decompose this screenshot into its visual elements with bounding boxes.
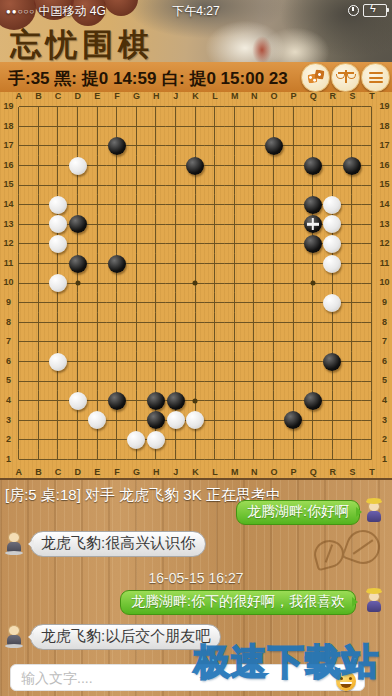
board-cell-P8[interactable] bbox=[283, 313, 303, 333]
board-cell-R6[interactable] bbox=[323, 352, 343, 372]
board-cell-D8[interactable] bbox=[68, 313, 88, 333]
board-cell-A8[interactable] bbox=[9, 313, 29, 333]
board-cell-R3[interactable] bbox=[323, 411, 343, 431]
board-cell-O1[interactable] bbox=[264, 450, 284, 470]
board-cell-L6[interactable] bbox=[205, 352, 225, 372]
board-cell-N11[interactable] bbox=[244, 254, 264, 274]
board-cell-H15[interactable] bbox=[146, 175, 166, 195]
board-cell-G11[interactable] bbox=[127, 254, 147, 274]
board-cell-D13[interactable] bbox=[68, 215, 88, 235]
board-cell-F16[interactable] bbox=[107, 156, 127, 176]
board-cell-L3[interactable] bbox=[205, 411, 225, 431]
board-cell-F6[interactable] bbox=[107, 352, 127, 372]
board-cell-D6[interactable] bbox=[68, 352, 88, 372]
board-cell-S1[interactable] bbox=[342, 450, 362, 470]
board-cell-P9[interactable] bbox=[283, 293, 303, 313]
board-cell-C7[interactable] bbox=[48, 332, 68, 352]
board-cell-G18[interactable] bbox=[127, 117, 147, 137]
board-cell-G4[interactable] bbox=[127, 391, 147, 411]
board-cell-C9[interactable] bbox=[48, 293, 68, 313]
board-cell-L13[interactable] bbox=[205, 215, 225, 235]
board-cell-C5[interactable] bbox=[48, 371, 68, 391]
board-cell-T11[interactable] bbox=[362, 254, 382, 274]
board-cell-S2[interactable] bbox=[342, 430, 362, 450]
board-cell-E1[interactable] bbox=[87, 450, 107, 470]
board-cell-O5[interactable] bbox=[264, 371, 284, 391]
board-cell-S11[interactable] bbox=[342, 254, 362, 274]
board-cell-O14[interactable] bbox=[264, 195, 284, 215]
board-cell-C19[interactable] bbox=[48, 97, 68, 117]
board-cell-B17[interactable] bbox=[29, 136, 49, 156]
board-cell-N16[interactable] bbox=[244, 156, 264, 176]
board-cell-P13[interactable] bbox=[283, 215, 303, 235]
board-cell-L1[interactable] bbox=[205, 450, 225, 470]
board-cell-K4[interactable] bbox=[185, 391, 205, 411]
board-cell-P19[interactable] bbox=[283, 97, 303, 117]
board-cell-J9[interactable] bbox=[166, 293, 186, 313]
board-cell-C12[interactable] bbox=[48, 234, 68, 254]
board-cell-Q2[interactable] bbox=[303, 430, 323, 450]
board-cell-H11[interactable] bbox=[146, 254, 166, 274]
board-cell-C1[interactable] bbox=[48, 450, 68, 470]
board-cell-B2[interactable] bbox=[29, 430, 49, 450]
board-cell-S10[interactable] bbox=[342, 273, 362, 293]
board-cell-L2[interactable] bbox=[205, 430, 225, 450]
board-cell-P12[interactable] bbox=[283, 234, 303, 254]
board-cell-E10[interactable] bbox=[87, 273, 107, 293]
board-cell-D2[interactable] bbox=[68, 430, 88, 450]
board-cell-B8[interactable] bbox=[29, 313, 49, 333]
board-cell-B19[interactable] bbox=[29, 97, 49, 117]
board-cell-A7[interactable] bbox=[9, 332, 29, 352]
board-cell-T19[interactable] bbox=[362, 97, 382, 117]
board-cell-M12[interactable] bbox=[225, 234, 245, 254]
board-cell-K17[interactable] bbox=[185, 136, 205, 156]
board-cell-B4[interactable] bbox=[29, 391, 49, 411]
board-cell-D5[interactable] bbox=[68, 371, 88, 391]
board-cell-T15[interactable] bbox=[362, 175, 382, 195]
board-cell-D10[interactable] bbox=[68, 273, 88, 293]
board-cell-D15[interactable] bbox=[68, 175, 88, 195]
board-cell-E11[interactable] bbox=[87, 254, 107, 274]
board-cell-T7[interactable] bbox=[362, 332, 382, 352]
board-cell-H4[interactable] bbox=[146, 391, 166, 411]
board-cell-R19[interactable] bbox=[323, 97, 343, 117]
board-cell-F9[interactable] bbox=[107, 293, 127, 313]
board-cell-G15[interactable] bbox=[127, 175, 147, 195]
board-cell-B13[interactable] bbox=[29, 215, 49, 235]
board-cell-E4[interactable] bbox=[87, 391, 107, 411]
board-cell-D12[interactable] bbox=[68, 234, 88, 254]
board-cell-H1[interactable] bbox=[146, 450, 166, 470]
board-cell-G7[interactable] bbox=[127, 332, 147, 352]
board-cell-C6[interactable] bbox=[48, 352, 68, 372]
board-cell-E13[interactable] bbox=[87, 215, 107, 235]
board-cell-A3[interactable] bbox=[9, 411, 29, 431]
board-cell-G5[interactable] bbox=[127, 371, 147, 391]
board-cell-H16[interactable] bbox=[146, 156, 166, 176]
board-cell-A18[interactable] bbox=[9, 117, 29, 137]
board-cell-L14[interactable] bbox=[205, 195, 225, 215]
board-cell-B7[interactable] bbox=[29, 332, 49, 352]
board-cell-D4[interactable] bbox=[68, 391, 88, 411]
board-cell-H19[interactable] bbox=[146, 97, 166, 117]
board-cell-N10[interactable] bbox=[244, 273, 264, 293]
board-cell-O15[interactable] bbox=[264, 175, 284, 195]
board-cell-P5[interactable] bbox=[283, 371, 303, 391]
board-cell-E14[interactable] bbox=[87, 195, 107, 215]
board-cell-O8[interactable] bbox=[264, 313, 284, 333]
board-cell-H18[interactable] bbox=[146, 117, 166, 137]
board-cell-A10[interactable] bbox=[9, 273, 29, 293]
board-cell-Q13[interactable] bbox=[303, 215, 323, 235]
board-cell-S8[interactable] bbox=[342, 313, 362, 333]
board-cell-P17[interactable] bbox=[283, 136, 303, 156]
board-cell-R16[interactable] bbox=[323, 156, 343, 176]
board-cell-D17[interactable] bbox=[68, 136, 88, 156]
board-cell-B3[interactable] bbox=[29, 411, 49, 431]
board-cell-J13[interactable] bbox=[166, 215, 186, 235]
board-cell-K9[interactable] bbox=[185, 293, 205, 313]
board-cell-R18[interactable] bbox=[323, 117, 343, 137]
board-cell-F12[interactable] bbox=[107, 234, 127, 254]
board-cell-B16[interactable] bbox=[29, 156, 49, 176]
board-cell-J11[interactable] bbox=[166, 254, 186, 274]
board-cell-R12[interactable] bbox=[323, 234, 343, 254]
board-cell-T14[interactable] bbox=[362, 195, 382, 215]
board-cell-Q4[interactable] bbox=[303, 391, 323, 411]
board-cell-L9[interactable] bbox=[205, 293, 225, 313]
board-cell-N5[interactable] bbox=[244, 371, 264, 391]
board-cell-D18[interactable] bbox=[68, 117, 88, 137]
board-cell-G19[interactable] bbox=[127, 97, 147, 117]
board-cell-K6[interactable] bbox=[185, 352, 205, 372]
board-cell-D9[interactable] bbox=[68, 293, 88, 313]
board-cell-D14[interactable] bbox=[68, 195, 88, 215]
board-cell-N8[interactable] bbox=[244, 313, 264, 333]
board-cell-H9[interactable] bbox=[146, 293, 166, 313]
board-cell-A14[interactable] bbox=[9, 195, 29, 215]
board-cell-Q3[interactable] bbox=[303, 411, 323, 431]
board-cell-N18[interactable] bbox=[244, 117, 264, 137]
player-avatar[interactable] bbox=[3, 622, 25, 648]
board-cell-P3[interactable] bbox=[283, 411, 303, 431]
board-cell-S3[interactable] bbox=[342, 411, 362, 431]
board-cell-P10[interactable] bbox=[283, 273, 303, 293]
board-cell-S5[interactable] bbox=[342, 371, 362, 391]
board-cell-E8[interactable] bbox=[87, 313, 107, 333]
board-cell-P2[interactable] bbox=[283, 430, 303, 450]
board-cell-Q1[interactable] bbox=[303, 450, 323, 470]
board-cell-K7[interactable] bbox=[185, 332, 205, 352]
board-cell-F18[interactable] bbox=[107, 117, 127, 137]
board-cell-J14[interactable] bbox=[166, 195, 186, 215]
board-cell-F1[interactable] bbox=[107, 450, 127, 470]
board-cell-J19[interactable] bbox=[166, 97, 186, 117]
board-cell-R11[interactable] bbox=[323, 254, 343, 274]
board-cell-T5[interactable] bbox=[362, 371, 382, 391]
board-cell-K19[interactable] bbox=[185, 97, 205, 117]
board-cell-J15[interactable] bbox=[166, 175, 186, 195]
board-cell-K8[interactable] bbox=[185, 313, 205, 333]
board-cell-J10[interactable] bbox=[166, 273, 186, 293]
board-cell-C4[interactable] bbox=[48, 391, 68, 411]
board-cell-T10[interactable] bbox=[362, 273, 382, 293]
player-avatar[interactable] bbox=[3, 529, 25, 555]
board-cell-J12[interactable] bbox=[166, 234, 186, 254]
board-cell-J7[interactable] bbox=[166, 332, 186, 352]
board-cell-D1[interactable] bbox=[68, 450, 88, 470]
opponent-avatar[interactable] bbox=[363, 588, 385, 614]
board-cell-T3[interactable] bbox=[362, 411, 382, 431]
board-cell-P4[interactable] bbox=[283, 391, 303, 411]
board-cell-D3[interactable] bbox=[68, 411, 88, 431]
board-cell-H10[interactable] bbox=[146, 273, 166, 293]
board-cell-N3[interactable] bbox=[244, 411, 264, 431]
board-cell-K15[interactable] bbox=[185, 175, 205, 195]
menu-button[interactable] bbox=[361, 63, 390, 92]
board-cell-L5[interactable] bbox=[205, 371, 225, 391]
board-cell-R13[interactable] bbox=[323, 215, 343, 235]
board-cell-B6[interactable] bbox=[29, 352, 49, 372]
board-cell-N6[interactable] bbox=[244, 352, 264, 372]
board-cell-F3[interactable] bbox=[107, 411, 127, 431]
board-cell-C3[interactable] bbox=[48, 411, 68, 431]
board-cell-F14[interactable] bbox=[107, 195, 127, 215]
board-cell-D19[interactable] bbox=[68, 97, 88, 117]
board-cell-E9[interactable] bbox=[87, 293, 107, 313]
board-cell-M13[interactable] bbox=[225, 215, 245, 235]
board-cell-B1[interactable] bbox=[29, 450, 49, 470]
board-cell-K14[interactable] bbox=[185, 195, 205, 215]
board-cell-O4[interactable] bbox=[264, 391, 284, 411]
board-cell-H3[interactable] bbox=[146, 411, 166, 431]
board-cell-E18[interactable] bbox=[87, 117, 107, 137]
board-cell-Q15[interactable] bbox=[303, 175, 323, 195]
board-cell-A16[interactable] bbox=[9, 156, 29, 176]
board-cell-T4[interactable] bbox=[362, 391, 382, 411]
board-cell-F8[interactable] bbox=[107, 313, 127, 333]
board-cell-D7[interactable] bbox=[68, 332, 88, 352]
board-cell-K13[interactable] bbox=[185, 215, 205, 235]
board-cell-B9[interactable] bbox=[29, 293, 49, 313]
board-cell-S13[interactable] bbox=[342, 215, 362, 235]
board-cell-O3[interactable] bbox=[264, 411, 284, 431]
board-cell-Q18[interactable] bbox=[303, 117, 323, 137]
board-cell-M18[interactable] bbox=[225, 117, 245, 137]
board-cell-Q7[interactable] bbox=[303, 332, 323, 352]
board-cell-H2[interactable] bbox=[146, 430, 166, 450]
score-estimate-button[interactable] bbox=[331, 63, 360, 92]
board-cell-O19[interactable] bbox=[264, 97, 284, 117]
board-cell-T9[interactable] bbox=[362, 293, 382, 313]
board-cell-Q11[interactable] bbox=[303, 254, 323, 274]
board-cell-S4[interactable] bbox=[342, 391, 362, 411]
board-cell-C11[interactable] bbox=[48, 254, 68, 274]
board-cell-R2[interactable] bbox=[323, 430, 343, 450]
board-cell-E5[interactable] bbox=[87, 371, 107, 391]
board-cell-T13[interactable] bbox=[362, 215, 382, 235]
board-cell-K11[interactable] bbox=[185, 254, 205, 274]
board-cell-C16[interactable] bbox=[48, 156, 68, 176]
board-cell-Q10[interactable] bbox=[303, 273, 323, 293]
board-cell-O7[interactable] bbox=[264, 332, 284, 352]
board-cell-G10[interactable] bbox=[127, 273, 147, 293]
board-cell-A17[interactable] bbox=[9, 136, 29, 156]
board-cell-A6[interactable] bbox=[9, 352, 29, 372]
board-cell-O6[interactable] bbox=[264, 352, 284, 372]
board-cell-L19[interactable] bbox=[205, 97, 225, 117]
board-cell-R9[interactable] bbox=[323, 293, 343, 313]
board-cell-N13[interactable] bbox=[244, 215, 264, 235]
board-cell-Q17[interactable] bbox=[303, 136, 323, 156]
board-cell-M8[interactable] bbox=[225, 313, 245, 333]
board-cell-T16[interactable] bbox=[362, 156, 382, 176]
board-cell-S6[interactable] bbox=[342, 352, 362, 372]
board-cell-R5[interactable] bbox=[323, 371, 343, 391]
board-cell-R15[interactable] bbox=[323, 175, 343, 195]
board-cell-M9[interactable] bbox=[225, 293, 245, 313]
board-cell-B14[interactable] bbox=[29, 195, 49, 215]
board-cell-R4[interactable] bbox=[323, 391, 343, 411]
board-cell-G17[interactable] bbox=[127, 136, 147, 156]
board-cell-M1[interactable] bbox=[225, 450, 245, 470]
board-cell-F7[interactable] bbox=[107, 332, 127, 352]
board-cell-O16[interactable] bbox=[264, 156, 284, 176]
board-cell-C13[interactable] bbox=[48, 215, 68, 235]
board-cell-O12[interactable] bbox=[264, 234, 284, 254]
board-cell-A4[interactable] bbox=[9, 391, 29, 411]
board-cell-T6[interactable] bbox=[362, 352, 382, 372]
board-cell-O2[interactable] bbox=[264, 430, 284, 450]
board-cell-S9[interactable] bbox=[342, 293, 362, 313]
board-cell-T2[interactable] bbox=[362, 430, 382, 450]
board-cell-P16[interactable] bbox=[283, 156, 303, 176]
board-cell-B12[interactable] bbox=[29, 234, 49, 254]
board-cell-E2[interactable] bbox=[87, 430, 107, 450]
board-cell-G16[interactable] bbox=[127, 156, 147, 176]
board-cell-L17[interactable] bbox=[205, 136, 225, 156]
board-cell-E6[interactable] bbox=[87, 352, 107, 372]
board-cell-H17[interactable] bbox=[146, 136, 166, 156]
board-cell-F2[interactable] bbox=[107, 430, 127, 450]
board-cell-T18[interactable] bbox=[362, 117, 382, 137]
board-cell-P11[interactable] bbox=[283, 254, 303, 274]
board-cell-J1[interactable] bbox=[166, 450, 186, 470]
board-cell-G8[interactable] bbox=[127, 313, 147, 333]
board-cell-C8[interactable] bbox=[48, 313, 68, 333]
board-cell-Q5[interactable] bbox=[303, 371, 323, 391]
board-cell-F17[interactable] bbox=[107, 136, 127, 156]
board-cell-O18[interactable] bbox=[264, 117, 284, 137]
opponent-avatar[interactable] bbox=[363, 498, 385, 524]
board-cell-Q8[interactable] bbox=[303, 313, 323, 333]
board-cell-K12[interactable] bbox=[185, 234, 205, 254]
board-cell-O9[interactable] bbox=[264, 293, 284, 313]
board-cell-C14[interactable] bbox=[48, 195, 68, 215]
board-cell-F10[interactable] bbox=[107, 273, 127, 293]
board-cell-B10[interactable] bbox=[29, 273, 49, 293]
board-cell-O11[interactable] bbox=[264, 254, 284, 274]
board-cell-H14[interactable] bbox=[146, 195, 166, 215]
board-cell-S7[interactable] bbox=[342, 332, 362, 352]
board-cell-M6[interactable] bbox=[225, 352, 245, 372]
board-cell-J16[interactable] bbox=[166, 156, 186, 176]
board-cell-J5[interactable] bbox=[166, 371, 186, 391]
board-cell-R14[interactable] bbox=[323, 195, 343, 215]
board-cell-Q9[interactable] bbox=[303, 293, 323, 313]
board-cell-B18[interactable] bbox=[29, 117, 49, 137]
board-cell-B15[interactable] bbox=[29, 175, 49, 195]
board-cell-K2[interactable] bbox=[185, 430, 205, 450]
board-cell-F15[interactable] bbox=[107, 175, 127, 195]
board-cell-J17[interactable] bbox=[166, 136, 186, 156]
board-cell-C15[interactable] bbox=[48, 175, 68, 195]
board-cell-A13[interactable] bbox=[9, 215, 29, 235]
board-cell-L4[interactable] bbox=[205, 391, 225, 411]
board-cell-F11[interactable] bbox=[107, 254, 127, 274]
board-cell-M2[interactable] bbox=[225, 430, 245, 450]
board-cell-K1[interactable] bbox=[185, 450, 205, 470]
board-cell-N7[interactable] bbox=[244, 332, 264, 352]
board-cell-L18[interactable] bbox=[205, 117, 225, 137]
board-cell-J6[interactable] bbox=[166, 352, 186, 372]
board-cell-G6[interactable] bbox=[127, 352, 147, 372]
board-cell-R1[interactable] bbox=[323, 450, 343, 470]
board-cell-P14[interactable] bbox=[283, 195, 303, 215]
board-cell-G13[interactable] bbox=[127, 215, 147, 235]
board-cell-G1[interactable] bbox=[127, 450, 147, 470]
board-cell-P15[interactable] bbox=[283, 175, 303, 195]
board-cell-T12[interactable] bbox=[362, 234, 382, 254]
board-cell-F5[interactable] bbox=[107, 371, 127, 391]
board-cell-M7[interactable] bbox=[225, 332, 245, 352]
board-cell-H13[interactable] bbox=[146, 215, 166, 235]
board-cell-Q12[interactable] bbox=[303, 234, 323, 254]
board-cell-P7[interactable] bbox=[283, 332, 303, 352]
board-cell-K10[interactable] bbox=[185, 273, 205, 293]
board-cell-J3[interactable] bbox=[166, 411, 186, 431]
board-cell-K16[interactable] bbox=[185, 156, 205, 176]
board-cell-R17[interactable] bbox=[323, 136, 343, 156]
board-cell-E16[interactable] bbox=[87, 156, 107, 176]
board-cell-Q16[interactable] bbox=[303, 156, 323, 176]
board-cell-B5[interactable] bbox=[29, 371, 49, 391]
board-cell-N1[interactable] bbox=[244, 450, 264, 470]
board-cell-E19[interactable] bbox=[87, 97, 107, 117]
board-cell-G3[interactable] bbox=[127, 411, 147, 431]
board-cell-A5[interactable] bbox=[9, 371, 29, 391]
board-cell-O10[interactable] bbox=[264, 273, 284, 293]
board-cell-E7[interactable] bbox=[87, 332, 107, 352]
board-cell-E12[interactable] bbox=[87, 234, 107, 254]
board-cell-G12[interactable] bbox=[127, 234, 147, 254]
board-cell-H8[interactable] bbox=[146, 313, 166, 333]
board-cell-C10[interactable] bbox=[48, 273, 68, 293]
board-cell-A19[interactable] bbox=[9, 97, 29, 117]
board-cell-A1[interactable] bbox=[9, 450, 29, 470]
board-cell-H7[interactable] bbox=[146, 332, 166, 352]
board-cell-A15[interactable] bbox=[9, 175, 29, 195]
board-cell-K18[interactable] bbox=[185, 117, 205, 137]
board-cell-C2[interactable] bbox=[48, 430, 68, 450]
board-cell-L7[interactable] bbox=[205, 332, 225, 352]
board-cell-E3[interactable] bbox=[87, 411, 107, 431]
board-cell-D16[interactable] bbox=[68, 156, 88, 176]
board-cell-N2[interactable] bbox=[244, 430, 264, 450]
board-cell-M3[interactable] bbox=[225, 411, 245, 431]
board-cell-L15[interactable] bbox=[205, 175, 225, 195]
